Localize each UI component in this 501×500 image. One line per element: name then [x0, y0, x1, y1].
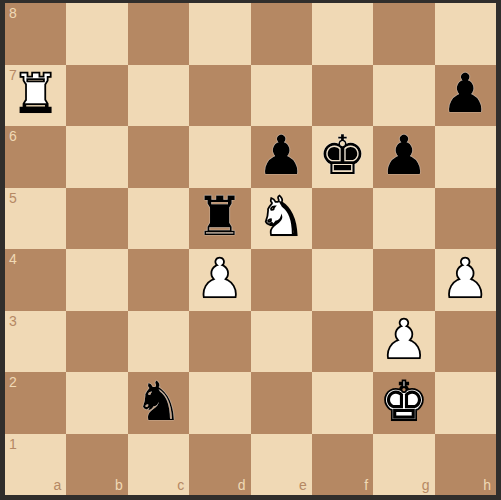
file-label-h: h — [483, 478, 491, 492]
square-e5[interactable]: ♞ — [251, 188, 312, 250]
rank-label-3: 3 — [9, 314, 17, 328]
rank-label-8: 8 — [9, 6, 17, 20]
square-c7[interactable] — [128, 65, 189, 127]
piece-white-pawn-g3[interactable]: ♟ — [380, 313, 428, 367]
file-label-d: d — [238, 478, 246, 492]
piece-white-pawn-d4[interactable]: ♟ — [196, 252, 244, 306]
piece-black-pawn-g6[interactable]: ♟ — [380, 129, 428, 183]
square-d8[interactable] — [189, 3, 250, 65]
rank-label-4: 4 — [9, 252, 17, 266]
square-f2[interactable] — [312, 372, 373, 434]
square-d6[interactable] — [189, 126, 250, 188]
square-h1[interactable]: h — [435, 434, 496, 496]
piece-white-knight-e5[interactable]: ♞ — [257, 190, 305, 244]
piece-white-rook-a7[interactable]: ♜ — [11, 67, 59, 121]
square-h6[interactable] — [435, 126, 496, 188]
square-f8[interactable] — [312, 3, 373, 65]
square-g4[interactable] — [373, 249, 434, 311]
square-a5[interactable]: 5 — [5, 188, 66, 250]
square-a7[interactable]: 7♜ — [5, 65, 66, 127]
square-f5[interactable] — [312, 188, 373, 250]
file-label-f: f — [364, 478, 368, 492]
square-d1[interactable]: d — [189, 434, 250, 496]
square-c2[interactable]: ♞ — [128, 372, 189, 434]
chess-board-frame: 87♜♟6♟♚♟5♜♞4♟♟3♟2♞♚1abcdefgh — [0, 0, 501, 500]
file-label-e: e — [299, 478, 307, 492]
square-f7[interactable] — [312, 65, 373, 127]
file-label-b: b — [115, 478, 123, 492]
square-g8[interactable] — [373, 3, 434, 65]
rank-label-1: 1 — [9, 437, 17, 451]
square-e6[interactable]: ♟ — [251, 126, 312, 188]
square-d4[interactable]: ♟ — [189, 249, 250, 311]
square-g5[interactable] — [373, 188, 434, 250]
rank-label-5: 5 — [9, 191, 17, 205]
chess-board: 87♜♟6♟♚♟5♜♞4♟♟3♟2♞♚1abcdefgh — [5, 3, 496, 495]
square-e3[interactable] — [251, 311, 312, 373]
square-f4[interactable] — [312, 249, 373, 311]
piece-black-pawn-e6[interactable]: ♟ — [257, 129, 305, 183]
piece-black-king-f6[interactable]: ♚ — [318, 129, 366, 183]
piece-black-knight-c2[interactable]: ♞ — [134, 375, 182, 429]
square-c3[interactable] — [128, 311, 189, 373]
square-b5[interactable] — [66, 188, 127, 250]
piece-white-king-g2[interactable]: ♚ — [380, 375, 428, 429]
square-a1[interactable]: 1a — [5, 434, 66, 496]
piece-white-pawn-h4[interactable]: ♟ — [441, 252, 489, 306]
square-a8[interactable]: 8 — [5, 3, 66, 65]
square-c4[interactable] — [128, 249, 189, 311]
square-h7[interactable]: ♟ — [435, 65, 496, 127]
file-label-g: g — [422, 478, 430, 492]
square-h5[interactable] — [435, 188, 496, 250]
square-a3[interactable]: 3 — [5, 311, 66, 373]
square-d3[interactable] — [189, 311, 250, 373]
square-e7[interactable] — [251, 65, 312, 127]
square-d2[interactable] — [189, 372, 250, 434]
square-c8[interactable] — [128, 3, 189, 65]
file-label-a: a — [54, 478, 62, 492]
square-c5[interactable] — [128, 188, 189, 250]
square-b7[interactable] — [66, 65, 127, 127]
square-h3[interactable] — [435, 311, 496, 373]
square-e1[interactable]: e — [251, 434, 312, 496]
square-f1[interactable]: f — [312, 434, 373, 496]
square-g1[interactable]: g — [373, 434, 434, 496]
square-g6[interactable]: ♟ — [373, 126, 434, 188]
square-h8[interactable] — [435, 3, 496, 65]
rank-label-6: 6 — [9, 129, 17, 143]
square-a6[interactable]: 6 — [5, 126, 66, 188]
square-b1[interactable]: b — [66, 434, 127, 496]
square-d5[interactable]: ♜ — [189, 188, 250, 250]
square-a2[interactable]: 2 — [5, 372, 66, 434]
piece-black-pawn-h7[interactable]: ♟ — [441, 67, 489, 121]
piece-black-rook-d5[interactable]: ♜ — [196, 190, 244, 244]
square-g7[interactable] — [373, 65, 434, 127]
square-c1[interactable]: c — [128, 434, 189, 496]
square-g3[interactable]: ♟ — [373, 311, 434, 373]
square-e8[interactable] — [251, 3, 312, 65]
square-f6[interactable]: ♚ — [312, 126, 373, 188]
square-e2[interactable] — [251, 372, 312, 434]
square-b3[interactable] — [66, 311, 127, 373]
square-b2[interactable] — [66, 372, 127, 434]
square-b4[interactable] — [66, 249, 127, 311]
square-h4[interactable]: ♟ — [435, 249, 496, 311]
square-a4[interactable]: 4 — [5, 249, 66, 311]
square-g2[interactable]: ♚ — [373, 372, 434, 434]
square-b8[interactable] — [66, 3, 127, 65]
square-c6[interactable] — [128, 126, 189, 188]
rank-label-2: 2 — [9, 375, 17, 389]
file-label-c: c — [177, 478, 184, 492]
square-e4[interactable] — [251, 249, 312, 311]
square-h2[interactable] — [435, 372, 496, 434]
square-f3[interactable] — [312, 311, 373, 373]
square-b6[interactable] — [66, 126, 127, 188]
square-d7[interactable] — [189, 65, 250, 127]
